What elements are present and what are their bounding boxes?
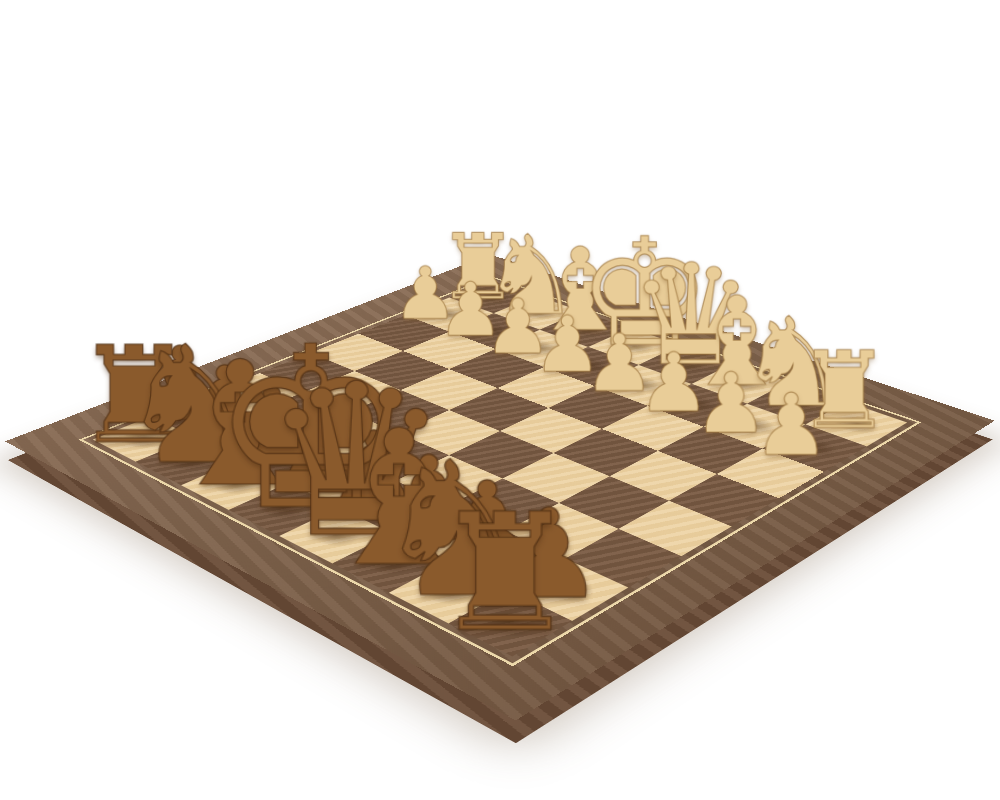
white-rook-piece: ♜ <box>797 346 870 437</box>
chess-product-photo: ♜♞♝♚♛♝♞♜♟♟♟♟♟♟♟♟♟♟♟♟♟♟♟♟♜♞♝♚♛♝♞♜ <box>0 0 1000 800</box>
black-rook-piece: ♜ <box>74 338 147 452</box>
chess-board: ♜♞♝♚♛♝♞♜♟♟♟♟♟♟♟♟♟♟♟♟♟♟♟♟♜♞♝♚♛♝♞♜ <box>5 255 995 721</box>
square-a4 <box>669 474 779 526</box>
board-grid: ♜♞♝♚♛♝♞♜♟♟♟♟♟♟♟♟♟♟♟♟♟♟♟♟♜♞♝♚♛♝♞♜ <box>93 281 907 657</box>
white-rook-piece: ♜ <box>438 229 500 306</box>
black-pawn-piece: ♟ <box>134 341 205 428</box>
square-g8: ♞ <box>136 437 240 485</box>
square-a1: ♜ <box>805 402 907 447</box>
